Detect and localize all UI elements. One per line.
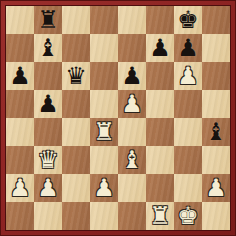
piece-white-king[interactable]: ♚: [174, 202, 202, 230]
square-a6[interactable]: ♟: [6, 62, 34, 90]
square-a8[interactable]: [6, 6, 34, 34]
piece-black-pawn[interactable]: ♟: [174, 34, 202, 62]
piece-white-pawn[interactable]: ♟: [118, 90, 146, 118]
square-h8[interactable]: [202, 6, 230, 34]
piece-white-pawn[interactable]: ♟: [202, 174, 230, 202]
square-c3[interactable]: [62, 146, 90, 174]
piece-white-bishop[interactable]: ♝: [118, 146, 146, 174]
square-f8[interactable]: [146, 6, 174, 34]
piece-white-pawn[interactable]: ♟: [6, 174, 34, 202]
square-d3[interactable]: [90, 146, 118, 174]
square-g4[interactable]: [174, 118, 202, 146]
square-d1[interactable]: [90, 202, 118, 230]
piece-black-pawn[interactable]: ♟: [6, 62, 34, 90]
square-d8[interactable]: [90, 6, 118, 34]
square-a3[interactable]: [6, 146, 34, 174]
square-c7[interactable]: [62, 34, 90, 62]
square-d5[interactable]: [90, 90, 118, 118]
square-f5[interactable]: [146, 90, 174, 118]
piece-black-pawn[interactable]: ♟: [146, 34, 174, 62]
square-c2[interactable]: [62, 174, 90, 202]
square-d6[interactable]: [90, 62, 118, 90]
square-h7[interactable]: [202, 34, 230, 62]
square-d7[interactable]: [90, 34, 118, 62]
square-c6[interactable]: ♛: [62, 62, 90, 90]
piece-black-king[interactable]: ♚: [174, 6, 202, 34]
piece-black-rook[interactable]: ♜: [34, 6, 62, 34]
square-g7[interactable]: ♟: [174, 34, 202, 62]
square-g3[interactable]: [174, 146, 202, 174]
square-c8[interactable]: [62, 6, 90, 34]
square-g5[interactable]: [174, 90, 202, 118]
square-c1[interactable]: [62, 202, 90, 230]
square-b7[interactable]: ♝: [34, 34, 62, 62]
square-a7[interactable]: [6, 34, 34, 62]
square-b5[interactable]: ♟: [34, 90, 62, 118]
square-g6[interactable]: ♟: [174, 62, 202, 90]
square-b6[interactable]: [34, 62, 62, 90]
square-b4[interactable]: [34, 118, 62, 146]
square-e1[interactable]: [118, 202, 146, 230]
square-f4[interactable]: [146, 118, 174, 146]
square-f1[interactable]: ♜: [146, 202, 174, 230]
square-b3[interactable]: ♛: [34, 146, 62, 174]
square-f3[interactable]: [146, 146, 174, 174]
square-e6[interactable]: ♟: [118, 62, 146, 90]
square-g2[interactable]: [174, 174, 202, 202]
square-c4[interactable]: [62, 118, 90, 146]
square-e3[interactable]: ♝: [118, 146, 146, 174]
board-frame: ♜♚♝♟♟♟♛♟♟♟♟♜♝♛♝♟♟♟♟♜♚: [0, 0, 236, 236]
square-h6[interactable]: [202, 62, 230, 90]
piece-black-bishop[interactable]: ♝: [202, 118, 230, 146]
piece-white-pawn[interactable]: ♟: [34, 174, 62, 202]
piece-black-bishop[interactable]: ♝: [34, 34, 62, 62]
square-a1[interactable]: [6, 202, 34, 230]
square-f7[interactable]: ♟: [146, 34, 174, 62]
square-d2[interactable]: ♟: [90, 174, 118, 202]
square-a2[interactable]: ♟: [6, 174, 34, 202]
square-f6[interactable]: [146, 62, 174, 90]
piece-black-pawn[interactable]: ♟: [118, 62, 146, 90]
square-e8[interactable]: [118, 6, 146, 34]
piece-white-rook[interactable]: ♜: [90, 118, 118, 146]
square-b8[interactable]: ♜: [34, 6, 62, 34]
piece-black-pawn[interactable]: ♟: [34, 90, 62, 118]
square-a5[interactable]: [6, 90, 34, 118]
square-e2[interactable]: [118, 174, 146, 202]
square-h5[interactable]: [202, 90, 230, 118]
square-e5[interactable]: ♟: [118, 90, 146, 118]
square-e7[interactable]: [118, 34, 146, 62]
chess-board: ♜♚♝♟♟♟♛♟♟♟♟♜♝♛♝♟♟♟♟♜♚: [6, 6, 230, 230]
piece-black-queen[interactable]: ♛: [62, 62, 90, 90]
square-a4[interactable]: [6, 118, 34, 146]
piece-white-pawn[interactable]: ♟: [90, 174, 118, 202]
piece-white-rook[interactable]: ♜: [146, 202, 174, 230]
square-h4[interactable]: ♝: [202, 118, 230, 146]
square-h1[interactable]: [202, 202, 230, 230]
piece-white-pawn[interactable]: ♟: [174, 62, 202, 90]
square-f2[interactable]: [146, 174, 174, 202]
square-g1[interactable]: ♚: [174, 202, 202, 230]
piece-white-queen[interactable]: ♛: [34, 146, 62, 174]
square-e4[interactable]: [118, 118, 146, 146]
square-c5[interactable]: [62, 90, 90, 118]
square-d4[interactable]: ♜: [90, 118, 118, 146]
square-h2[interactable]: ♟: [202, 174, 230, 202]
square-b2[interactable]: ♟: [34, 174, 62, 202]
square-b1[interactable]: [34, 202, 62, 230]
square-h3[interactable]: [202, 146, 230, 174]
square-g8[interactable]: ♚: [174, 6, 202, 34]
